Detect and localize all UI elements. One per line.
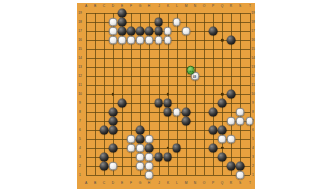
coord-label-left-6: 6 [79,128,81,131]
stone-black-P6 [209,126,218,135]
coord-label-right-13: 13 [251,66,255,69]
coord-label-bottom-M: M [184,181,187,184]
coord-label-bottom-D: D [112,181,114,184]
coord-label-left-11: 11 [78,84,81,87]
coord-label-bottom-R: R [230,181,232,184]
grid-line [204,13,205,175]
stone-black-D4 [109,144,118,153]
coord-label-right-16: 16 [251,39,255,42]
coord-label-right-10: 10 [251,93,255,96]
stone-white-L8 [172,108,181,117]
coord-label-right-3: 3 [252,155,254,158]
stone-white-G4 [136,144,145,153]
coord-label-bottom-F: F [130,181,132,184]
grid-line [240,13,241,175]
coord-label-bottom-K: K [166,181,168,184]
coord-label-top-T: T [248,4,250,7]
coord-label-top-G: G [139,4,142,7]
stone-black-P17 [209,27,218,36]
stone-black-L4 [172,144,181,153]
mascot-marker [186,66,195,75]
stone-white-F4 [127,144,136,153]
coord-label-right-14: 14 [251,57,255,60]
coord-label-top-M: M [184,4,187,7]
stone-white-R5 [227,135,236,144]
coord-label-top-P: P [212,4,214,7]
coord-label-bottom-G: G [139,181,142,184]
stone-white-S1 [236,171,245,180]
stone-black-R10 [227,90,236,99]
coord-label-right-18: 18 [251,21,255,24]
coord-label-left-18: 18 [78,21,82,24]
coord-label-top-J: J [158,4,160,7]
stone-black-D6 [109,126,118,135]
stone-black-G17 [136,27,145,36]
go-board[interactable]: 69AABBCCDDEEFFGGHHJJKKLLMMNNOOPPQQRRSSTT… [77,3,255,189]
stone-black-R2 [227,162,236,171]
stone-black-J9 [154,99,163,108]
coord-label-bottom-L: L [176,181,178,184]
stone-white-S7 [236,117,245,126]
coord-label-left-14: 14 [78,57,82,60]
coord-label-left-16: 16 [78,39,82,42]
stone-black-R16 [227,36,236,45]
stone-white-S8 [236,108,245,117]
coord-label-right-12: 12 [251,75,255,78]
stone-white-D2 [109,162,118,171]
coord-label-left-1: 1 [79,173,81,176]
stone-black-K3 [163,153,172,162]
coord-label-bottom-B: B [94,181,96,184]
stone-white-D17 [109,27,118,36]
stone-white-G16 [136,36,145,45]
coord-label-left-19: 19 [78,12,82,15]
coord-label-right-8: 8 [252,110,254,113]
coord-label-right-5: 5 [252,137,254,140]
coord-label-top-K: K [166,4,168,7]
coord-label-bottom-C: C [103,181,105,184]
coord-label-right-19: 19 [251,12,255,15]
stone-white-H16 [145,36,154,45]
stone-black-G5 [136,135,145,144]
stone-white-D18 [109,18,118,27]
coord-label-bottom-O: O [203,181,206,184]
coord-label-top-C: C [103,4,105,7]
mascot-eye [189,70,190,71]
stone-black-M8 [181,108,190,117]
stone-black-C2 [99,162,108,171]
grid-line [195,13,196,175]
coord-label-left-10: 10 [78,93,82,96]
stone-black-E9 [118,99,127,108]
stone-black-J3 [154,153,163,162]
coord-label-left-3: 3 [79,155,81,158]
coord-label-right-9: 9 [252,101,254,104]
stone-white-G3 [136,153,145,162]
stone-white-J16 [154,36,163,45]
stone-black-D7 [109,117,118,126]
stone-white-L18 [172,18,181,27]
coord-label-left-8: 8 [79,110,81,113]
stone-black-J18 [154,18,163,27]
stone-black-E17 [118,27,127,36]
stone-black-C6 [99,126,108,135]
mascot-eye [192,70,193,71]
coord-label-right-4: 4 [252,146,254,149]
coord-label-right-11: 11 [251,84,254,87]
coord-label-right-2: 2 [252,164,254,167]
coord-label-left-15: 15 [78,48,82,51]
stone-black-Q3 [218,153,227,162]
coord-label-top-E: E [121,4,123,7]
stone-black-K8 [163,108,172,117]
stone-white-K17 [163,27,172,36]
coord-label-top-N: N [194,4,196,7]
stone-white-Q5 [218,135,227,144]
coord-label-top-Q: Q [221,4,224,7]
coord-label-top-D: D [112,4,114,7]
coord-label-left-2: 2 [79,164,81,167]
stone-black-P4 [209,144,218,153]
stone-white-H1 [145,171,154,180]
stone-white-G2 [136,162,145,171]
last-move-number: 69 [193,75,196,78]
stone-black-M7 [181,117,190,126]
stone-white-R7 [227,117,236,126]
coord-label-top-O: O [203,4,206,7]
coord-label-bottom-J: J [158,181,160,184]
page: 69AABBCCDDEEFFGGHHJJKKLLMMNNOOPPQQRRSSTT… [0,0,336,189]
coord-label-left-17: 17 [78,30,82,33]
stone-white-D16 [109,36,118,45]
grid-line [186,13,187,175]
stone-black-C3 [99,153,108,162]
stone-black-Q6 [218,126,227,135]
stone-black-J17 [154,27,163,36]
coord-label-bottom-Q: Q [221,181,224,184]
stone-black-S2 [236,162,245,171]
coord-label-left-4: 4 [79,146,81,149]
stone-white-M17 [181,27,190,36]
coord-label-left-7: 7 [79,119,81,122]
stone-black-E18 [118,18,127,27]
coord-label-top-L: L [176,4,178,7]
stone-white-E16 [118,36,127,45]
stone-black-F17 [127,27,136,36]
stone-black-H17 [145,27,154,36]
coord-label-top-F: F [130,4,132,7]
coord-label-left-9: 9 [79,101,81,104]
coord-label-left-12: 12 [78,75,82,78]
stone-white-H3 [145,153,154,162]
coord-label-right-17: 17 [251,30,255,33]
coord-label-left-5: 5 [79,137,81,140]
stone-black-Q9 [218,99,227,108]
coord-label-right-15: 15 [251,48,255,51]
coord-label-top-B: B [94,4,96,7]
coord-label-bottom-A: A [85,181,87,184]
coord-label-bottom-E: E [121,181,123,184]
coord-label-right-7: 7 [252,119,254,122]
stone-white-H5 [145,135,154,144]
coord-label-left-13: 13 [78,66,82,69]
coord-label-bottom-N: N [194,181,196,184]
coord-label-top-R: R [230,4,232,7]
stone-black-G6 [136,126,145,135]
stone-black-E19 [118,9,127,18]
coord-label-right-1: 1 [252,173,254,176]
coord-label-bottom-P: P [212,181,214,184]
coord-label-top-A: A [85,4,87,7]
stone-white-H2 [145,162,154,171]
stone-black-K9 [163,99,172,108]
coord-label-bottom-T: T [248,181,250,184]
grid-line [86,175,251,176]
coord-label-right-6: 6 [252,128,254,131]
stone-black-D8 [109,108,118,117]
stone-black-P8 [209,108,218,117]
stone-black-H4 [145,144,154,153]
stone-white-K16 [163,36,172,45]
stone-white-F5 [127,135,136,144]
stone-white-F16 [127,36,136,45]
